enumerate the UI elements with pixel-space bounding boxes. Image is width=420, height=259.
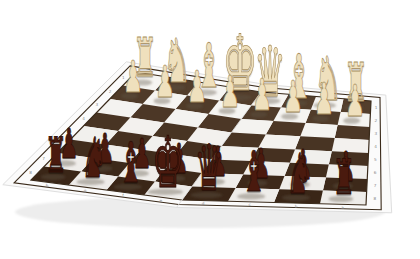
- shadow-g1: [163, 84, 186, 90]
- rank-label-left-7: 7: [42, 156, 45, 161]
- file-label-b: b: [295, 204, 298, 209]
- square-a5: [329, 151, 369, 166]
- square-b6: [285, 163, 329, 178]
- shadow-g7: [93, 165, 113, 171]
- file-label-d: d: [202, 201, 205, 206]
- square-c4: [258, 134, 300, 149]
- square-c6: [243, 161, 290, 176]
- rank-label-right-8: 8: [373, 196, 376, 201]
- shadow-e7: [166, 175, 186, 181]
- rank-label-left-5: 5: [69, 129, 72, 134]
- chessboard-mat: h11g22f33e44d55c66b77a88: [0, 0, 420, 259]
- shadow-b8: [282, 195, 310, 201]
- square-b5: [290, 150, 332, 165]
- square-a4: [332, 138, 369, 153]
- shadow-f2: [186, 103, 203, 109]
- file-label-h: h: [46, 183, 49, 188]
- rank-label-right-3: 3: [374, 131, 377, 136]
- square-b4: [295, 136, 335, 151]
- shadow-a2: [343, 118, 360, 124]
- rank-label-left-8: 8: [29, 170, 32, 175]
- shadow-f1: [194, 89, 217, 95]
- file-label-e: e: [160, 198, 163, 203]
- rank-label-right-5: 5: [374, 157, 377, 162]
- shadow-h8: [41, 174, 66, 180]
- shadow-f8: [114, 184, 142, 190]
- rank-label-left-1: 1: [122, 75, 125, 80]
- rank-label-right-6: 6: [374, 170, 377, 175]
- rank-label-right-2: 2: [375, 118, 378, 123]
- shadow-f7: [129, 170, 149, 176]
- shadow-a1: [344, 105, 364, 111]
- square-b3: [300, 123, 337, 138]
- file-label-a: a: [341, 205, 344, 210]
- rank-label-right-1: 1: [375, 105, 378, 110]
- shadow-h1: [132, 79, 152, 85]
- shadow-d2: [250, 111, 267, 117]
- shadow-g8: [77, 179, 105, 185]
- file-label-g: g: [84, 188, 87, 193]
- shadow-d7: [205, 179, 225, 185]
- rank-label-left-6: 6: [56, 143, 59, 148]
- shadow-b7: [290, 181, 310, 187]
- square-a3: [335, 125, 370, 140]
- shadow-c1: [285, 100, 308, 106]
- shadow-e1: [223, 94, 252, 100]
- square-c5: [251, 148, 295, 163]
- shadow-d1: [255, 98, 281, 104]
- shadow-h7: [56, 160, 76, 166]
- shadow-d8: [190, 192, 222, 198]
- shadow-g2: [154, 98, 171, 104]
- rank-label-left-2: 2: [109, 89, 112, 94]
- rank-label-left-4: 4: [82, 116, 85, 121]
- shadow-b1: [313, 102, 336, 108]
- shadow-a8: [329, 196, 354, 202]
- shadow-e8: [148, 189, 183, 195]
- chess-set-photo: h11g22f33e44d55c66b77a88 ♜♞♝♛♚♝♞♜♟♟♟♟♟♟♟…: [0, 0, 420, 259]
- rank-label-left-3: 3: [96, 102, 99, 107]
- square-a6: [326, 164, 368, 179]
- shadow-c7: [248, 180, 268, 186]
- rank-label-right-4: 4: [374, 144, 377, 149]
- shadow-a7: [333, 183, 353, 189]
- shadow-b2: [312, 116, 329, 122]
- shadow-c2: [281, 113, 298, 119]
- shadow-c8: [237, 193, 265, 199]
- shadow-e2: [219, 108, 236, 114]
- shadow-h2: [121, 93, 138, 99]
- rank-label-right-7: 7: [374, 183, 377, 188]
